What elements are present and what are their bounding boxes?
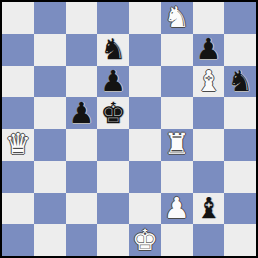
- square-e2[interactable]: [129, 193, 161, 225]
- piece-white-knight[interactable]: ♞: [164, 3, 190, 32]
- square-h8[interactable]: [224, 2, 256, 34]
- square-f5[interactable]: [161, 97, 193, 129]
- square-g2[interactable]: ♝: [193, 193, 225, 225]
- piece-black-king[interactable]: ♚: [100, 99, 126, 128]
- square-c1[interactable]: [66, 224, 98, 256]
- square-d3[interactable]: [97, 161, 129, 193]
- square-g5[interactable]: [193, 97, 225, 129]
- piece-black-pawn[interactable]: ♟: [100, 67, 126, 96]
- piece-white-bishop[interactable]: ♝: [195, 67, 221, 96]
- square-a3[interactable]: [2, 161, 34, 193]
- square-d5[interactable]: ♚: [97, 97, 129, 129]
- piece-black-pawn[interactable]: ♟: [195, 35, 221, 64]
- square-e8[interactable]: [129, 2, 161, 34]
- square-b1[interactable]: [34, 224, 66, 256]
- square-e5[interactable]: [129, 97, 161, 129]
- square-f7[interactable]: [161, 34, 193, 66]
- square-c4[interactable]: [66, 129, 98, 161]
- square-h1[interactable]: [224, 224, 256, 256]
- square-a1[interactable]: [2, 224, 34, 256]
- square-f8[interactable]: ♞: [161, 2, 193, 34]
- square-c6[interactable]: [66, 66, 98, 98]
- piece-white-queen[interactable]: ♛: [5, 130, 31, 159]
- square-b3[interactable]: [34, 161, 66, 193]
- square-e4[interactable]: [129, 129, 161, 161]
- square-c3[interactable]: [66, 161, 98, 193]
- square-d1[interactable]: [97, 224, 129, 256]
- square-h4[interactable]: [224, 129, 256, 161]
- piece-black-knight[interactable]: ♞: [227, 67, 253, 96]
- square-h5[interactable]: [224, 97, 256, 129]
- square-d6[interactable]: ♟: [97, 66, 129, 98]
- square-g6[interactable]: ♝: [193, 66, 225, 98]
- square-g4[interactable]: [193, 129, 225, 161]
- square-g1[interactable]: [193, 224, 225, 256]
- square-e1[interactable]: ♚: [129, 224, 161, 256]
- piece-black-knight[interactable]: ♞: [100, 35, 126, 64]
- piece-white-king[interactable]: ♚: [132, 226, 158, 255]
- square-a2[interactable]: [2, 193, 34, 225]
- chess-board: ♞♞♟♟♝♞♟♚♛♜♟♝♚: [0, 0, 258, 258]
- square-c5[interactable]: ♟: [66, 97, 98, 129]
- square-f1[interactable]: [161, 224, 193, 256]
- square-b2[interactable]: [34, 193, 66, 225]
- square-f4[interactable]: ♜: [161, 129, 193, 161]
- square-e7[interactable]: [129, 34, 161, 66]
- square-h6[interactable]: ♞: [224, 66, 256, 98]
- square-d2[interactable]: [97, 193, 129, 225]
- square-h2[interactable]: [224, 193, 256, 225]
- square-b7[interactable]: [34, 34, 66, 66]
- square-f6[interactable]: [161, 66, 193, 98]
- square-b8[interactable]: [34, 2, 66, 34]
- square-d4[interactable]: [97, 129, 129, 161]
- square-c8[interactable]: [66, 2, 98, 34]
- square-a8[interactable]: [2, 2, 34, 34]
- square-d7[interactable]: ♞: [97, 34, 129, 66]
- square-h7[interactable]: [224, 34, 256, 66]
- piece-black-pawn[interactable]: ♟: [68, 99, 94, 128]
- square-g7[interactable]: ♟: [193, 34, 225, 66]
- square-a4[interactable]: ♛: [2, 129, 34, 161]
- piece-black-bishop[interactable]: ♝: [195, 194, 221, 223]
- square-g8[interactable]: [193, 2, 225, 34]
- chess-board-window: ♞♞♟♟♝♞♟♚♛♜♟♝♚: [0, 0, 258, 258]
- square-b6[interactable]: [34, 66, 66, 98]
- square-c7[interactable]: [66, 34, 98, 66]
- square-e6[interactable]: [129, 66, 161, 98]
- square-h3[interactable]: [224, 161, 256, 193]
- square-f2[interactable]: ♟: [161, 193, 193, 225]
- square-f3[interactable]: [161, 161, 193, 193]
- piece-white-rook[interactable]: ♜: [164, 130, 190, 159]
- square-b4[interactable]: [34, 129, 66, 161]
- square-d8[interactable]: [97, 2, 129, 34]
- square-a5[interactable]: [2, 97, 34, 129]
- square-g3[interactable]: [193, 161, 225, 193]
- square-a7[interactable]: [2, 34, 34, 66]
- square-e3[interactable]: [129, 161, 161, 193]
- piece-white-pawn[interactable]: ♟: [164, 194, 190, 223]
- square-b5[interactable]: [34, 97, 66, 129]
- square-a6[interactable]: [2, 66, 34, 98]
- square-c2[interactable]: [66, 193, 98, 225]
